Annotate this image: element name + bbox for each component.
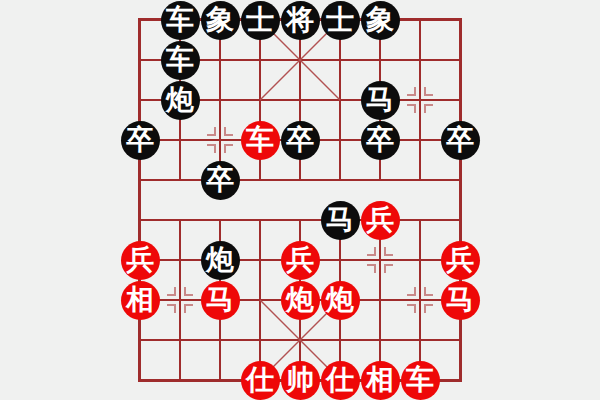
xiangqi-board: 车象士将士象车炮马卒车卒卒卒卒马兵兵炮兵兵相马炮炮马仕帅仕相车	[0, 0, 600, 400]
board-point: 车	[160, 0, 200, 40]
board-point: 马	[200, 280, 240, 320]
piece-red-pawn[interactable]: 兵	[361, 201, 400, 240]
piece-black-pawn[interactable]: 卒	[361, 121, 400, 160]
piece-black-horse[interactable]: 马	[361, 81, 400, 120]
board-point: 马	[320, 200, 360, 240]
piece-red-pawn[interactable]: 兵	[281, 241, 320, 280]
piece-red-advisor[interactable]: 仕	[321, 361, 360, 400]
piece-black-chariot[interactable]: 车	[161, 41, 200, 80]
piece-red-advisor[interactable]: 仕	[241, 361, 280, 400]
piece-red-general[interactable]: 帅	[281, 361, 320, 400]
piece-red-chariot[interactable]: 车	[241, 121, 280, 160]
board-point: 车	[160, 40, 200, 80]
piece-red-cannon[interactable]: 炮	[281, 281, 320, 320]
piece-red-horse[interactable]: 马	[441, 281, 480, 320]
pieces-layer: 车象士将士象车炮马卒车卒卒卒卒马兵兵炮兵兵相马炮炮马仕帅仕相车	[120, 0, 480, 400]
piece-black-advisor[interactable]: 士	[241, 1, 280, 40]
board-point: 炮	[160, 80, 200, 120]
piece-black-pawn[interactable]: 卒	[281, 121, 320, 160]
board-point: 卒	[200, 160, 240, 200]
board-point: 卒	[120, 120, 160, 160]
piece-black-elephant[interactable]: 象	[201, 1, 240, 40]
board-point: 象	[360, 0, 400, 40]
board-point: 炮	[280, 280, 320, 320]
piece-black-pawn[interactable]: 卒	[441, 121, 480, 160]
board-point: 车	[400, 360, 440, 400]
board-point: 兵	[280, 240, 320, 280]
piece-black-general[interactable]: 将	[281, 1, 320, 40]
piece-red-chariot[interactable]: 车	[401, 361, 440, 400]
piece-black-horse[interactable]: 马	[321, 201, 360, 240]
board-point: 士	[320, 0, 360, 40]
board-point: 象	[200, 0, 240, 40]
board-point: 卒	[360, 120, 400, 160]
board-point: 相	[120, 280, 160, 320]
board-point: 将	[280, 0, 320, 40]
piece-red-pawn[interactable]: 兵	[121, 241, 160, 280]
board-point: 仕	[240, 360, 280, 400]
piece-black-chariot[interactable]: 车	[161, 1, 200, 40]
board-point: 兵	[360, 200, 400, 240]
board-point: 卒	[280, 120, 320, 160]
board-point: 相	[360, 360, 400, 400]
piece-black-pawn[interactable]: 卒	[201, 161, 240, 200]
board-point: 卒	[440, 120, 480, 160]
board-point: 士	[240, 0, 280, 40]
board-point: 马	[360, 80, 400, 120]
board-point: 炮	[320, 280, 360, 320]
board-point: 仕	[320, 360, 360, 400]
piece-red-elephant[interactable]: 相	[121, 281, 160, 320]
board-point: 马	[440, 280, 480, 320]
piece-black-pawn[interactable]: 卒	[121, 121, 160, 160]
board-point: 车	[240, 120, 280, 160]
board-point: 兵	[440, 240, 480, 280]
piece-black-cannon[interactable]: 炮	[201, 241, 240, 280]
piece-black-elephant[interactable]: 象	[361, 1, 400, 40]
piece-red-elephant[interactable]: 相	[361, 361, 400, 400]
board-point: 兵	[120, 240, 160, 280]
piece-red-horse[interactable]: 马	[201, 281, 240, 320]
piece-black-cannon[interactable]: 炮	[161, 81, 200, 120]
piece-red-cannon[interactable]: 炮	[321, 281, 360, 320]
board-point: 帅	[280, 360, 320, 400]
piece-red-pawn[interactable]: 兵	[441, 241, 480, 280]
board-point: 炮	[200, 240, 240, 280]
piece-black-advisor[interactable]: 士	[321, 1, 360, 40]
